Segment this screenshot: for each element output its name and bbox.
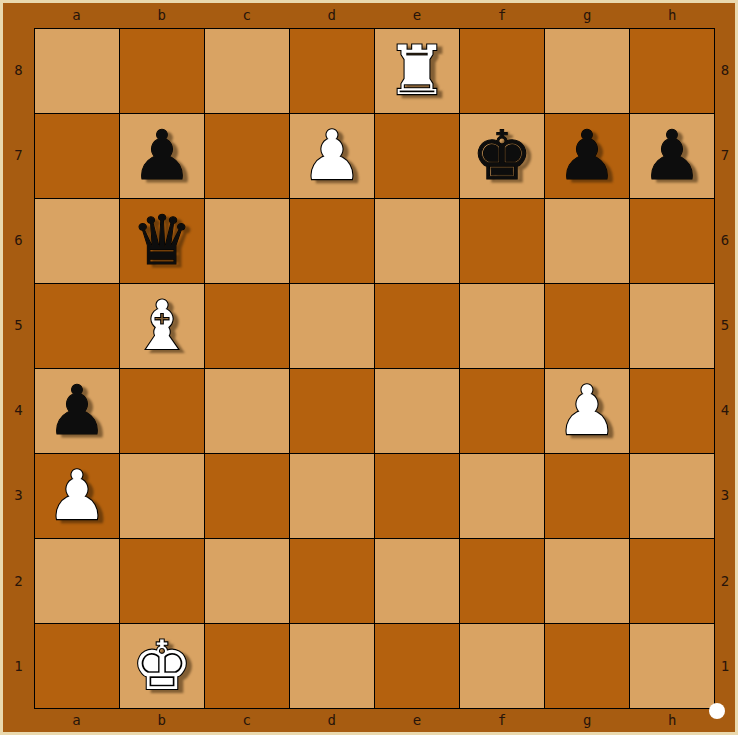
file-labels-bottom: abcdefgh — [34, 709, 715, 732]
rank-label-7: 7 — [3, 113, 34, 198]
square-a5[interactable] — [35, 284, 119, 368]
square-b8[interactable] — [120, 29, 204, 113]
file-label-f: f — [459, 3, 544, 28]
square-f5[interactable] — [460, 284, 544, 368]
square-b3[interactable] — [120, 454, 204, 538]
square-c6[interactable] — [205, 199, 289, 283]
square-h2[interactable] — [630, 539, 714, 623]
square-g7[interactable]: ♟ — [545, 114, 629, 198]
file-label-a: a — [34, 3, 119, 28]
square-h7[interactable]: ♟ — [630, 114, 714, 198]
file-label-h: h — [630, 709, 715, 732]
piece-black-queen[interactable]: ♛ — [120, 199, 204, 283]
rank-label-6: 6 — [715, 198, 735, 283]
square-b4[interactable] — [120, 369, 204, 453]
piece-white-king[interactable]: ♚ — [120, 624, 204, 708]
square-b6[interactable]: ♛ — [120, 199, 204, 283]
square-b2[interactable] — [120, 539, 204, 623]
file-label-e: e — [374, 3, 459, 28]
square-e2[interactable] — [375, 539, 459, 623]
square-g2[interactable] — [545, 539, 629, 623]
square-g1[interactable] — [545, 624, 629, 708]
square-d4[interactable] — [290, 369, 374, 453]
square-e6[interactable] — [375, 199, 459, 283]
square-c8[interactable] — [205, 29, 289, 113]
square-c5[interactable] — [205, 284, 289, 368]
square-f8[interactable] — [460, 29, 544, 113]
chess-board-frame: abcdefgh abcdefgh 87654321 87654321 ♜♟♟♚… — [0, 0, 738, 735]
square-e8[interactable]: ♜ — [375, 29, 459, 113]
rank-label-4: 4 — [715, 368, 735, 453]
square-e7[interactable] — [375, 114, 459, 198]
square-b7[interactable]: ♟ — [120, 114, 204, 198]
square-g4[interactable]: ♟ — [545, 369, 629, 453]
square-a2[interactable] — [35, 539, 119, 623]
piece-white-pawn[interactable]: ♟ — [35, 454, 119, 538]
square-g3[interactable] — [545, 454, 629, 538]
square-c7[interactable] — [205, 114, 289, 198]
square-a4[interactable]: ♟ — [35, 369, 119, 453]
square-a1[interactable] — [35, 624, 119, 708]
rank-label-8: 8 — [3, 28, 34, 113]
rank-label-2: 2 — [3, 539, 34, 624]
square-d7[interactable]: ♟ — [290, 114, 374, 198]
file-label-b: b — [119, 3, 204, 28]
square-e4[interactable] — [375, 369, 459, 453]
square-g8[interactable] — [545, 29, 629, 113]
square-g6[interactable] — [545, 199, 629, 283]
square-a3[interactable]: ♟ — [35, 454, 119, 538]
white-to-move-indicator — [709, 703, 725, 719]
square-b1[interactable]: ♚ — [120, 624, 204, 708]
square-e1[interactable] — [375, 624, 459, 708]
rank-label-3: 3 — [715, 453, 735, 538]
square-d1[interactable] — [290, 624, 374, 708]
square-d8[interactable] — [290, 29, 374, 113]
square-d6[interactable] — [290, 199, 374, 283]
square-h1[interactable] — [630, 624, 714, 708]
square-f2[interactable] — [460, 539, 544, 623]
square-a8[interactable] — [35, 29, 119, 113]
square-f1[interactable] — [460, 624, 544, 708]
piece-black-pawn[interactable]: ♟ — [630, 114, 714, 198]
file-label-g: g — [545, 709, 630, 732]
square-h4[interactable] — [630, 369, 714, 453]
rank-label-5: 5 — [715, 283, 735, 368]
square-c4[interactable] — [205, 369, 289, 453]
rank-labels-left: 87654321 — [3, 28, 34, 709]
rank-labels-right: 87654321 — [715, 28, 735, 709]
file-labels-top: abcdefgh — [34, 3, 715, 28]
file-label-b: b — [119, 709, 204, 732]
rank-label-2: 2 — [715, 539, 735, 624]
square-h6[interactable] — [630, 199, 714, 283]
square-a6[interactable] — [35, 199, 119, 283]
rank-label-6: 6 — [3, 198, 34, 283]
square-a7[interactable] — [35, 114, 119, 198]
file-label-e: e — [374, 709, 459, 732]
rank-label-7: 7 — [715, 113, 735, 198]
square-c3[interactable] — [205, 454, 289, 538]
square-b5[interactable]: ♝ — [120, 284, 204, 368]
piece-white-bishop[interactable]: ♝ — [120, 284, 204, 368]
file-label-d: d — [289, 709, 374, 732]
square-c2[interactable] — [205, 539, 289, 623]
piece-black-pawn[interactable]: ♟ — [545, 114, 629, 198]
piece-black-pawn[interactable]: ♟ — [120, 114, 204, 198]
file-label-d: d — [289, 3, 374, 28]
square-f4[interactable] — [460, 369, 544, 453]
square-d2[interactable] — [290, 539, 374, 623]
rank-label-5: 5 — [3, 283, 34, 368]
file-label-c: c — [204, 709, 289, 732]
square-h5[interactable] — [630, 284, 714, 368]
rank-label-1: 1 — [3, 624, 34, 709]
file-label-g: g — [545, 3, 630, 28]
file-label-c: c — [204, 3, 289, 28]
square-f6[interactable] — [460, 199, 544, 283]
square-g5[interactable] — [545, 284, 629, 368]
file-label-f: f — [459, 709, 544, 732]
rank-label-8: 8 — [715, 28, 735, 113]
piece-black-pawn[interactable]: ♟ — [35, 369, 119, 453]
square-e3[interactable] — [375, 454, 459, 538]
rank-label-3: 3 — [3, 453, 34, 538]
square-f3[interactable] — [460, 454, 544, 538]
square-d3[interactable] — [290, 454, 374, 538]
square-d5[interactable] — [290, 284, 374, 368]
piece-white-pawn[interactable]: ♟ — [545, 369, 629, 453]
piece-black-king[interactable]: ♚ — [460, 114, 544, 198]
piece-white-rook[interactable]: ♜ — [375, 29, 459, 113]
rank-label-1: 1 — [715, 624, 735, 709]
square-h8[interactable] — [630, 29, 714, 113]
rank-label-4: 4 — [3, 368, 34, 453]
square-h3[interactable] — [630, 454, 714, 538]
square-c1[interactable] — [205, 624, 289, 708]
file-label-a: a — [34, 709, 119, 732]
square-f7[interactable]: ♚ — [460, 114, 544, 198]
square-e5[interactable] — [375, 284, 459, 368]
chess-board[interactable]: ♜♟♟♚♟♟♛♝♟♟♟♚ — [34, 28, 715, 709]
piece-white-pawn[interactable]: ♟ — [290, 114, 374, 198]
file-label-h: h — [630, 3, 715, 28]
